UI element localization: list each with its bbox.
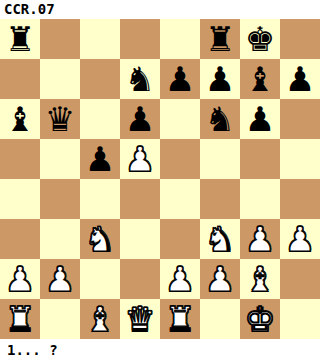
square-f5[interactable] — [200, 139, 240, 179]
square-c4[interactable] — [80, 179, 120, 219]
white-pawn-icon: ♟ — [45, 259, 75, 299]
square-c3[interactable]: ♞ — [80, 219, 120, 259]
white-bishop-icon: ♝ — [245, 259, 275, 299]
white-bishop-icon: ♝ — [85, 299, 115, 339]
square-c2[interactable] — [80, 259, 120, 299]
square-g7[interactable]: ♝ — [240, 59, 280, 99]
black-pawn-icon: ♟ — [85, 139, 115, 179]
square-a3[interactable] — [0, 219, 40, 259]
square-d5[interactable]: ♟ — [120, 139, 160, 179]
move-prompt: 1... ? — [0, 339, 320, 360]
white-pawn-icon: ♟ — [205, 259, 235, 299]
square-g4[interactable] — [240, 179, 280, 219]
white-pawn-icon: ♟ — [165, 259, 195, 299]
white-pawn-icon: ♟ — [125, 139, 155, 179]
white-pawn-icon: ♟ — [5, 259, 35, 299]
white-rook-icon: ♜ — [165, 299, 195, 339]
square-g1[interactable]: ♚ — [240, 299, 280, 339]
white-pawn-icon: ♟ — [245, 219, 275, 259]
square-e6[interactable] — [160, 99, 200, 139]
square-b1[interactable] — [40, 299, 80, 339]
black-bishop-icon: ♝ — [245, 59, 275, 99]
chess-board: ♜♜♚♞♟♟♝♟♝♛♟♞♟♟♟♞♞♟♟♟♟♟♟♝♜♝♛♜♚ — [0, 19, 320, 339]
white-pawn-icon: ♟ — [285, 219, 315, 259]
square-c5[interactable]: ♟ — [80, 139, 120, 179]
square-b3[interactable] — [40, 219, 80, 259]
square-h2[interactable] — [280, 259, 320, 299]
square-e5[interactable] — [160, 139, 200, 179]
square-g8[interactable]: ♚ — [240, 19, 280, 59]
square-a7[interactable] — [0, 59, 40, 99]
black-knight-icon: ♞ — [205, 99, 235, 139]
square-d6[interactable]: ♟ — [120, 99, 160, 139]
square-f3[interactable]: ♞ — [200, 219, 240, 259]
black-bishop-icon: ♝ — [5, 99, 35, 139]
square-d2[interactable] — [120, 259, 160, 299]
square-b4[interactable] — [40, 179, 80, 219]
square-f2[interactable]: ♟ — [200, 259, 240, 299]
square-g2[interactable]: ♝ — [240, 259, 280, 299]
square-e8[interactable] — [160, 19, 200, 59]
square-a1[interactable]: ♜ — [0, 299, 40, 339]
puzzle-id: CCR.07 — [0, 0, 320, 19]
white-knight-icon: ♞ — [205, 219, 235, 259]
square-h6[interactable] — [280, 99, 320, 139]
square-d8[interactable] — [120, 19, 160, 59]
square-h4[interactable] — [280, 179, 320, 219]
square-c7[interactable] — [80, 59, 120, 99]
square-g3[interactable]: ♟ — [240, 219, 280, 259]
square-c1[interactable]: ♝ — [80, 299, 120, 339]
square-g5[interactable] — [240, 139, 280, 179]
square-f1[interactable] — [200, 299, 240, 339]
black-king-icon: ♚ — [245, 19, 275, 59]
square-f8[interactable]: ♜ — [200, 19, 240, 59]
square-e4[interactable] — [160, 179, 200, 219]
square-f4[interactable] — [200, 179, 240, 219]
square-a8[interactable]: ♜ — [0, 19, 40, 59]
square-d7[interactable]: ♞ — [120, 59, 160, 99]
square-e1[interactable]: ♜ — [160, 299, 200, 339]
square-a2[interactable]: ♟ — [0, 259, 40, 299]
black-pawn-icon: ♟ — [165, 59, 195, 99]
black-pawn-icon: ♟ — [245, 99, 275, 139]
square-d1[interactable]: ♛ — [120, 299, 160, 339]
square-e7[interactable]: ♟ — [160, 59, 200, 99]
square-g6[interactable]: ♟ — [240, 99, 280, 139]
chess-puzzle-page: CCR.07 ♜♜♚♞♟♟♝♟♝♛♟♞♟♟♟♞♞♟♟♟♟♟♟♝♜♝♛♜♚ 1..… — [0, 0, 320, 360]
black-queen-icon: ♛ — [45, 99, 75, 139]
square-e3[interactable] — [160, 219, 200, 259]
square-a4[interactable] — [0, 179, 40, 219]
black-pawn-icon: ♟ — [205, 59, 235, 99]
square-b2[interactable]: ♟ — [40, 259, 80, 299]
white-king-icon: ♚ — [245, 299, 275, 339]
white-knight-icon: ♞ — [85, 219, 115, 259]
square-c6[interactable] — [80, 99, 120, 139]
square-e2[interactable]: ♟ — [160, 259, 200, 299]
square-f6[interactable]: ♞ — [200, 99, 240, 139]
black-pawn-icon: ♟ — [125, 99, 155, 139]
square-b5[interactable] — [40, 139, 80, 179]
black-rook-icon: ♜ — [205, 19, 235, 59]
square-c8[interactable] — [80, 19, 120, 59]
square-h5[interactable] — [280, 139, 320, 179]
square-b8[interactable] — [40, 19, 80, 59]
square-h8[interactable] — [280, 19, 320, 59]
square-h7[interactable]: ♟ — [280, 59, 320, 99]
white-queen-icon: ♛ — [125, 299, 155, 339]
square-b6[interactable]: ♛ — [40, 99, 80, 139]
white-rook-icon: ♜ — [5, 299, 35, 339]
black-knight-icon: ♞ — [125, 59, 155, 99]
square-d4[interactable] — [120, 179, 160, 219]
square-a6[interactable]: ♝ — [0, 99, 40, 139]
square-f7[interactable]: ♟ — [200, 59, 240, 99]
square-b7[interactable] — [40, 59, 80, 99]
square-d3[interactable] — [120, 219, 160, 259]
black-pawn-icon: ♟ — [285, 59, 315, 99]
square-h1[interactable] — [280, 299, 320, 339]
square-a5[interactable] — [0, 139, 40, 179]
square-h3[interactable]: ♟ — [280, 219, 320, 259]
black-rook-icon: ♜ — [5, 19, 35, 59]
